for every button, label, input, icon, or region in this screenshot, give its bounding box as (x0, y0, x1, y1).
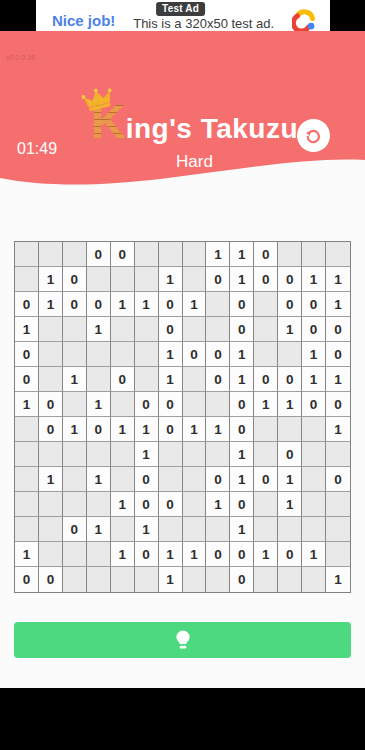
cell-r4c1[interactable]: 1 (15, 317, 39, 342)
app-screen: Test Ad Nice job! This is a 320x50 test … (0, 0, 365, 750)
cell-r7c7[interactable]: 0 (159, 392, 183, 417)
cell-r1c10[interactable]: 1 (230, 242, 254, 267)
cell-r2c11[interactable]: 0 (254, 267, 278, 292)
cell-r14c14[interactable]: 1 (326, 567, 350, 592)
cell-r11c14[interactable] (326, 492, 350, 517)
cell-r11c8[interactable] (183, 492, 207, 517)
cell-r4c3[interactable] (63, 317, 87, 342)
cell-r6c1[interactable]: 0 (15, 367, 39, 392)
cell-r11c6[interactable]: 0 (135, 492, 159, 517)
cell-r4c5[interactable] (111, 317, 135, 342)
version-label: v0.0.0.16 (6, 54, 35, 61)
cell-r14c7[interactable]: 1 (159, 567, 183, 592)
cell-r12c12[interactable] (278, 517, 302, 542)
undo-button[interactable] (297, 119, 330, 152)
cell-r1c4[interactable]: 0 (87, 242, 111, 267)
cell-r12c1[interactable] (15, 517, 39, 542)
cell-r3c13[interactable]: 0 (302, 292, 326, 317)
cell-r13c7[interactable]: 1 (159, 542, 183, 567)
cell-r13c12[interactable]: 0 (278, 542, 302, 567)
cell-r9c1[interactable] (15, 442, 39, 467)
cell-r11c9[interactable]: 1 (206, 492, 230, 517)
cell-r13c10[interactable]: 0 (230, 542, 254, 567)
cell-r4c6[interactable] (135, 317, 159, 342)
cell-r2c12[interactable]: 0 (278, 267, 302, 292)
cell-r10c13[interactable] (302, 467, 326, 492)
cell-r11c3[interactable] (63, 492, 87, 517)
cell-r14c8[interactable] (183, 567, 207, 592)
cell-r3c11[interactable] (254, 292, 278, 317)
cell-r10c10[interactable]: 1 (230, 467, 254, 492)
cell-r9c13[interactable] (302, 442, 326, 467)
ad-headline[interactable]: Nice job! (52, 12, 115, 29)
cell-r11c13[interactable] (302, 492, 326, 517)
cell-r7c6[interactable]: 0 (135, 392, 159, 417)
cell-r3c10[interactable]: 0 (230, 292, 254, 317)
cell-r14c11[interactable] (254, 567, 278, 592)
cell-r8c14[interactable]: 1 (326, 417, 350, 442)
cell-r11c7[interactable]: 0 (159, 492, 183, 517)
cell-r6c11[interactable]: 0 (254, 367, 278, 392)
cell-r13c11[interactable]: 1 (254, 542, 278, 567)
cell-r11c5[interactable]: 1 (111, 492, 135, 517)
cell-r1c7[interactable] (159, 242, 183, 267)
cell-r9c10[interactable]: 1 (230, 442, 254, 467)
cell-r5c3[interactable] (63, 342, 87, 367)
cell-r12c13[interactable] (302, 517, 326, 542)
cell-r6c5[interactable]: 0 (111, 367, 135, 392)
cell-r8c8[interactable]: 1 (183, 417, 207, 442)
cell-r8c3[interactable]: 1 (63, 417, 87, 442)
cell-r10c12[interactable]: 1 (278, 467, 302, 492)
cell-r10c8[interactable] (183, 467, 207, 492)
cell-r5c7[interactable]: 1 (159, 342, 183, 367)
cell-r14c4[interactable] (87, 567, 111, 592)
cell-r6c14[interactable]: 1 (326, 367, 350, 392)
cell-r9c12[interactable]: 0 (278, 442, 302, 467)
cell-r8c11[interactable] (254, 417, 278, 442)
cell-r12c11[interactable] (254, 517, 278, 542)
cell-r10c4[interactable]: 1 (87, 467, 111, 492)
cell-r11c12[interactable]: 1 (278, 492, 302, 517)
cell-r14c5[interactable] (111, 567, 135, 592)
cell-r13c8[interactable]: 1 (183, 542, 207, 567)
cell-r12c14[interactable] (326, 517, 350, 542)
cell-r10c9[interactable]: 0 (206, 467, 230, 492)
cell-r12c5[interactable] (111, 517, 135, 542)
cell-r6c4[interactable] (87, 367, 111, 392)
cell-r4c11[interactable] (254, 317, 278, 342)
cell-r13c6[interactable]: 0 (135, 542, 159, 567)
cell-r6c9[interactable]: 0 (206, 367, 230, 392)
cell-r9c3[interactable] (63, 442, 87, 467)
cell-r10c6[interactable]: 0 (135, 467, 159, 492)
cell-r9c2[interactable] (39, 442, 63, 467)
cell-r11c10[interactable]: 0 (230, 492, 254, 517)
cell-r12c2[interactable] (39, 517, 63, 542)
cell-r6c7[interactable]: 1 (159, 367, 183, 392)
cell-r7c14[interactable]: 0 (326, 392, 350, 417)
cell-r7c9[interactable] (206, 392, 230, 417)
cell-r10c2[interactable]: 1 (39, 467, 63, 492)
cell-r3c4[interactable]: 0 (87, 292, 111, 317)
cell-r4c8[interactable] (183, 317, 207, 342)
cell-r1c13[interactable] (302, 242, 326, 267)
cell-r8c1[interactable] (15, 417, 39, 442)
title-rest: ing's Takuzu (126, 113, 298, 145)
cell-r1c6[interactable] (135, 242, 159, 267)
cell-r3c5[interactable]: 1 (111, 292, 135, 317)
cell-r12c9[interactable] (206, 517, 230, 542)
cell-r10c1[interactable] (15, 467, 39, 492)
cell-r6c8[interactable] (183, 367, 207, 392)
cell-r3c8[interactable]: 1 (183, 292, 207, 317)
board: 0011010101001101001101000111001000100110… (14, 241, 351, 593)
cell-r3c2[interactable]: 1 (39, 292, 63, 317)
cell-r11c1[interactable] (15, 492, 39, 517)
cell-r5c6[interactable] (135, 342, 159, 367)
cell-r14c1[interactable]: 0 (15, 567, 39, 592)
cell-r1c9[interactable]: 1 (206, 242, 230, 267)
cell-r7c8[interactable] (183, 392, 207, 417)
cell-r13c1[interactable]: 1 (15, 542, 39, 567)
cell-r2c1[interactable] (15, 267, 39, 292)
cell-r3c7[interactable]: 0 (159, 292, 183, 317)
cell-r8c10[interactable]: 0 (230, 417, 254, 442)
cell-r14c2[interactable]: 0 (39, 567, 63, 592)
cell-r1c14[interactable] (326, 242, 350, 267)
cell-r6c10[interactable]: 1 (230, 367, 254, 392)
admob-icon (292, 7, 318, 33)
cell-r9c4[interactable] (87, 442, 111, 467)
cell-r1c1[interactable] (15, 242, 39, 267)
cell-r7c2[interactable]: 0 (39, 392, 63, 417)
undo-icon (303, 125, 324, 146)
cell-r2c4[interactable] (87, 267, 111, 292)
cell-r1c3[interactable] (63, 242, 87, 267)
cell-r5c2[interactable] (39, 342, 63, 367)
cell-r13c5[interactable]: 1 (111, 542, 135, 567)
cell-r2c10[interactable]: 1 (230, 267, 254, 292)
cell-r12c8[interactable] (183, 517, 207, 542)
cell-r7c3[interactable] (63, 392, 87, 417)
cell-r5c1[interactable]: 0 (15, 342, 39, 367)
cell-r2c7[interactable]: 1 (159, 267, 183, 292)
cell-r4c2[interactable] (39, 317, 63, 342)
cell-r13c13[interactable]: 1 (302, 542, 326, 567)
cell-r9c14[interactable] (326, 442, 350, 467)
cell-r8c4[interactable]: 0 (87, 417, 111, 442)
cell-r11c4[interactable] (87, 492, 111, 517)
cell-r2c14[interactable]: 1 (326, 267, 350, 292)
cell-r2c6[interactable] (135, 267, 159, 292)
cell-r9c8[interactable] (183, 442, 207, 467)
cell-r4c12[interactable]: 1 (278, 317, 302, 342)
cell-r13c3[interactable] (63, 542, 87, 567)
cell-r10c11[interactable]: 0 (254, 467, 278, 492)
cell-r5c12[interactable] (278, 342, 302, 367)
cell-r14c13[interactable] (302, 567, 326, 592)
cell-r7c11[interactable]: 1 (254, 392, 278, 417)
difficulty-label: Hard (12, 152, 365, 172)
cell-r6c2[interactable] (39, 367, 63, 392)
hint-button[interactable] (14, 622, 351, 658)
cell-r14c12[interactable] (278, 567, 302, 592)
cell-r1c5[interactable]: 0 (111, 242, 135, 267)
cell-r14c10[interactable]: 0 (230, 567, 254, 592)
cell-r13c2[interactable] (39, 542, 63, 567)
cell-r12c10[interactable]: 1 (230, 517, 254, 542)
cell-r10c3[interactable] (63, 467, 87, 492)
cell-r3c1[interactable]: 0 (15, 292, 39, 317)
cell-r5c10[interactable]: 1 (230, 342, 254, 367)
cell-r8c6[interactable]: 1 (135, 417, 159, 442)
cell-r14c9[interactable] (206, 567, 230, 592)
cell-r9c11[interactable] (254, 442, 278, 467)
cell-r7c4[interactable]: 1 (87, 392, 111, 417)
cell-r4c10[interactable]: 0 (230, 317, 254, 342)
cell-r9c6[interactable]: 1 (135, 442, 159, 467)
ad-body-text: This is a 320x50 test ad. (115, 16, 292, 31)
cell-r5c13[interactable]: 1 (302, 342, 326, 367)
cell-r12c6[interactable]: 1 (135, 517, 159, 542)
cell-r10c5[interactable] (111, 467, 135, 492)
cell-r14c3[interactable] (63, 567, 87, 592)
cell-r1c11[interactable]: 0 (254, 242, 278, 267)
cell-r11c2[interactable] (39, 492, 63, 517)
cell-r13c9[interactable]: 0 (206, 542, 230, 567)
cell-r3c12[interactable]: 0 (278, 292, 302, 317)
cell-r13c14[interactable] (326, 542, 350, 567)
cell-r3c3[interactable]: 0 (63, 292, 87, 317)
cell-r8c2[interactable]: 0 (39, 417, 63, 442)
cell-r7c1[interactable]: 1 (15, 392, 39, 417)
cell-r4c13[interactable]: 0 (302, 317, 326, 342)
cell-r11c11[interactable] (254, 492, 278, 517)
cell-r7c13[interactable]: 0 (302, 392, 326, 417)
cell-r3c6[interactable]: 1 (135, 292, 159, 317)
cell-r12c4[interactable]: 1 (87, 517, 111, 542)
cell-r4c7[interactable]: 0 (159, 317, 183, 342)
cell-r5c11[interactable] (254, 342, 278, 367)
cell-r6c3[interactable]: 1 (63, 367, 87, 392)
cell-r6c6[interactable] (135, 367, 159, 392)
cell-r7c10[interactable]: 0 (230, 392, 254, 417)
cell-r2c2[interactable]: 1 (39, 267, 63, 292)
cell-r8c5[interactable]: 1 (111, 417, 135, 442)
cell-r9c5[interactable] (111, 442, 135, 467)
cell-r8c12[interactable] (278, 417, 302, 442)
cell-r8c9[interactable]: 1 (206, 417, 230, 442)
cell-r1c8[interactable] (183, 242, 207, 267)
cell-r2c8[interactable] (183, 267, 207, 292)
cell-r2c9[interactable]: 0 (206, 267, 230, 292)
cell-r5c4[interactable] (87, 342, 111, 367)
title-initial-k: K (91, 103, 126, 141)
cell-r2c3[interactable]: 0 (63, 267, 87, 292)
cell-r2c5[interactable] (111, 267, 135, 292)
cell-r6c12[interactable]: 0 (278, 367, 302, 392)
cell-r5c5[interactable] (111, 342, 135, 367)
cell-r3c9[interactable] (206, 292, 230, 317)
cell-r5c14[interactable]: 0 (326, 342, 350, 367)
cell-r4c4[interactable]: 1 (87, 317, 111, 342)
navigation-bar (0, 688, 365, 750)
cell-r4c14[interactable]: 0 (326, 317, 350, 342)
cell-r5c9[interactable]: 0 (206, 342, 230, 367)
cell-r7c12[interactable]: 1 (278, 392, 302, 417)
lightbulb-icon (171, 628, 195, 653)
test-ad-badge: Test Ad (156, 2, 205, 16)
cell-r1c12[interactable] (278, 242, 302, 267)
cell-r13c4[interactable] (87, 542, 111, 567)
cell-r5c8[interactable]: 0 (183, 342, 207, 367)
cell-r8c7[interactable]: 0 (159, 417, 183, 442)
cell-r1c2[interactable] (39, 242, 63, 267)
cell-r3c14[interactable]: 1 (326, 292, 350, 317)
cell-r10c14[interactable]: 0 (326, 467, 350, 492)
cell-r7c5[interactable] (111, 392, 135, 417)
cell-r12c3[interactable]: 0 (63, 517, 87, 542)
cell-r12c7[interactable] (159, 517, 183, 542)
cell-r6c13[interactable]: 1 (302, 367, 326, 392)
cell-r10c7[interactable] (159, 467, 183, 492)
cell-r9c9[interactable] (206, 442, 230, 467)
cell-r14c6[interactable] (135, 567, 159, 592)
cell-r9c7[interactable] (159, 442, 183, 467)
cell-r2c13[interactable]: 1 (302, 267, 326, 292)
cell-r4c9[interactable] (206, 317, 230, 342)
cell-r8c13[interactable] (302, 417, 326, 442)
